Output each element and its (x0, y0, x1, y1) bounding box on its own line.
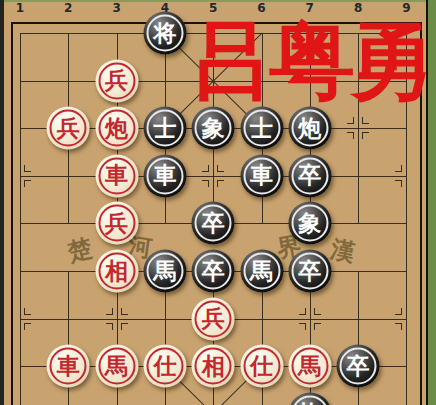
piece-glyph: 象 (202, 116, 225, 139)
piece-glyph: 卒 (298, 259, 321, 282)
xiangqi-screenshot: 123456789楚河界漢将兵兵炮士象士炮車車車卒兵卒象相馬卒馬卒兵車馬仕相仕馬… (0, 0, 436, 405)
piece-ring: 士 (243, 110, 280, 147)
piece-glyph: 卒 (202, 211, 225, 234)
piece-ring: 車 (146, 157, 183, 194)
piece-ring: 兵 (50, 110, 87, 147)
piece-glyph: 炮 (298, 116, 321, 139)
piece-black-soldier[interactable]: 卒 (192, 202, 235, 245)
piece-glyph: 車 (57, 354, 80, 377)
piece-ring: 兵 (195, 300, 232, 337)
window-top-edge (0, 0, 436, 2)
piece-black-elephant[interactable]: 象 (192, 107, 235, 150)
piece-ring: 卒 (195, 205, 232, 242)
piece-glyph: 炮 (105, 116, 128, 139)
piece-ring: 炮 (291, 110, 328, 147)
piece-red-chariot[interactable]: 車 (47, 345, 90, 388)
window-left-edge (0, 0, 4, 405)
piece-black-elephant[interactable]: 象 (288, 202, 331, 245)
piece-red-soldier[interactable]: 兵 (95, 59, 138, 102)
piece-glyph: 車 (105, 164, 128, 187)
piece-ring: 相 (98, 253, 135, 290)
piece-black-cannon[interactable]: 炮 (288, 107, 331, 150)
piece-red-advisor[interactable]: 仕 (143, 345, 186, 388)
piece-glyph: 卒 (347, 354, 370, 377)
piece-ring: 馬 (98, 348, 135, 385)
piece-black-advisor[interactable]: 士 (143, 107, 186, 150)
piece-glyph: 士 (153, 116, 176, 139)
piece-black-chariot[interactable]: 車 (240, 154, 283, 197)
piece-black-soldier[interactable]: 卒 (337, 345, 380, 388)
piece-ring: 馬 (291, 348, 328, 385)
piece-black-horse[interactable]: 馬 (143, 250, 186, 293)
piece-glyph: 馬 (105, 354, 128, 377)
piece-glyph: 兵 (105, 211, 128, 234)
piece-ring: 象 (291, 205, 328, 242)
piece-ring: 炮 (291, 395, 328, 405)
piece-black-soldier[interactable]: 卒 (192, 250, 235, 293)
piece-black-advisor[interactable]: 士 (240, 107, 283, 150)
piece-black-soldier[interactable]: 卒 (288, 250, 331, 293)
piece-glyph: 車 (153, 164, 176, 187)
piece-ring: 卒 (291, 157, 328, 194)
piece-ring: 車 (243, 157, 280, 194)
piece-glyph: 兵 (105, 69, 128, 92)
piece-glyph: 馬 (250, 259, 273, 282)
piece-glyph: 卒 (298, 164, 321, 187)
piece-glyph: 相 (202, 354, 225, 377)
piece-red-horse[interactable]: 馬 (288, 345, 331, 388)
piece-glyph: 将 (153, 21, 176, 44)
piece-ring: 象 (195, 110, 232, 147)
piece-red-cannon[interactable]: 炮 (95, 107, 138, 150)
piece-ring: 馬 (146, 253, 183, 290)
piece-ring: 兵 (98, 62, 135, 99)
piece-ring: 仕 (146, 348, 183, 385)
piece-ring: 将 (146, 15, 183, 52)
piece-red-chariot[interactable]: 車 (95, 154, 138, 197)
piece-glyph: 象 (298, 211, 321, 234)
piece-glyph: 馬 (298, 354, 321, 377)
piece-glyph: 士 (250, 116, 273, 139)
piece-glyph: 兵 (57, 116, 80, 139)
piece-ring: 卒 (340, 348, 377, 385)
piece-ring: 兵 (98, 205, 135, 242)
window-right-edge (428, 0, 436, 405)
piece-glyph: 車 (250, 164, 273, 187)
piece-glyph: 仕 (153, 354, 176, 377)
file-label-2: 2 (64, 1, 72, 15)
piece-red-elephant[interactable]: 相 (95, 250, 138, 293)
file-label-1: 1 (16, 1, 24, 15)
piece-ring: 車 (50, 348, 87, 385)
piece-ring: 士 (146, 110, 183, 147)
piece-red-horse[interactable]: 馬 (95, 345, 138, 388)
piece-black-chariot[interactable]: 車 (143, 154, 186, 197)
piece-red-elephant[interactable]: 相 (192, 345, 235, 388)
piece-ring: 馬 (243, 253, 280, 290)
piece-red-soldier[interactable]: 兵 (192, 297, 235, 340)
piece-ring: 仕 (243, 348, 280, 385)
piece-black-horse[interactable]: 馬 (240, 250, 283, 293)
watermark-text: 吕粤勇 (189, 17, 429, 103)
piece-glyph: 相 (105, 259, 128, 282)
piece-red-soldier[interactable]: 兵 (47, 107, 90, 150)
piece-glyph: 兵 (202, 307, 225, 330)
file-label-3: 3 (112, 1, 120, 15)
piece-glyph: 馬 (153, 259, 176, 282)
piece-red-advisor[interactable]: 仕 (240, 345, 283, 388)
piece-black-soldier[interactable]: 卒 (288, 154, 331, 197)
piece-glyph: 仕 (250, 354, 273, 377)
piece-ring: 車 (98, 157, 135, 194)
piece-ring: 卒 (195, 253, 232, 290)
piece-ring: 卒 (291, 253, 328, 290)
piece-red-soldier[interactable]: 兵 (95, 202, 138, 245)
piece-black-general[interactable]: 将 (143, 12, 186, 55)
piece-ring: 相 (195, 348, 232, 385)
piece-ring: 炮 (98, 110, 135, 147)
piece-glyph: 卒 (202, 259, 225, 282)
